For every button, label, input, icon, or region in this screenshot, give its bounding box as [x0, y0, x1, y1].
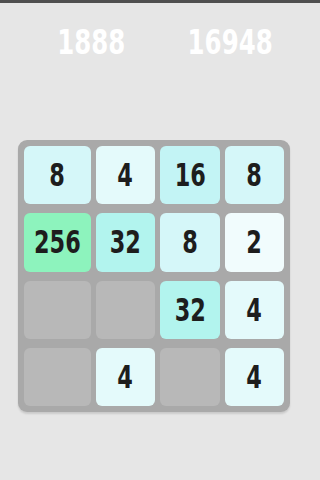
empty-cell	[160, 348, 219, 406]
tile-8: 8	[225, 146, 284, 204]
tile-value: 4	[118, 156, 134, 194]
tile-4: 4	[225, 281, 284, 339]
tile-4: 4	[96, 348, 155, 406]
tile-256: 256	[24, 213, 91, 271]
current-score-value: 1888	[57, 22, 125, 62]
score-bar: 1888 16948	[0, 22, 320, 62]
game-board[interactable]: 84168256328232444	[18, 140, 290, 412]
tile-8: 8	[24, 146, 91, 204]
tile-value: 8	[246, 156, 262, 194]
best-score: 16948	[160, 22, 300, 62]
empty-cell	[96, 281, 155, 339]
tile-4: 4	[96, 146, 155, 204]
tile-8: 8	[160, 213, 219, 271]
tile-value: 2	[246, 223, 262, 261]
tile-value: 8	[50, 156, 66, 194]
empty-cell	[24, 281, 91, 339]
tile-32: 32	[96, 213, 155, 271]
tile-2: 2	[225, 213, 284, 271]
top-status-strip	[0, 0, 320, 3]
tile-value: 8	[182, 223, 198, 261]
tile-32: 32	[160, 281, 219, 339]
tile-value: 4	[118, 358, 134, 396]
current-score: 1888	[21, 22, 161, 62]
tile-value: 4	[246, 358, 262, 396]
tile-16: 16	[160, 146, 219, 204]
tile-4: 4	[225, 348, 284, 406]
tile-value: 256	[34, 223, 81, 261]
tile-value: 4	[246, 291, 262, 329]
tile-value: 32	[174, 291, 205, 329]
tile-value: 32	[110, 223, 141, 261]
empty-cell	[24, 348, 91, 406]
best-score-value: 16948	[187, 22, 272, 62]
tile-value: 16	[174, 156, 205, 194]
